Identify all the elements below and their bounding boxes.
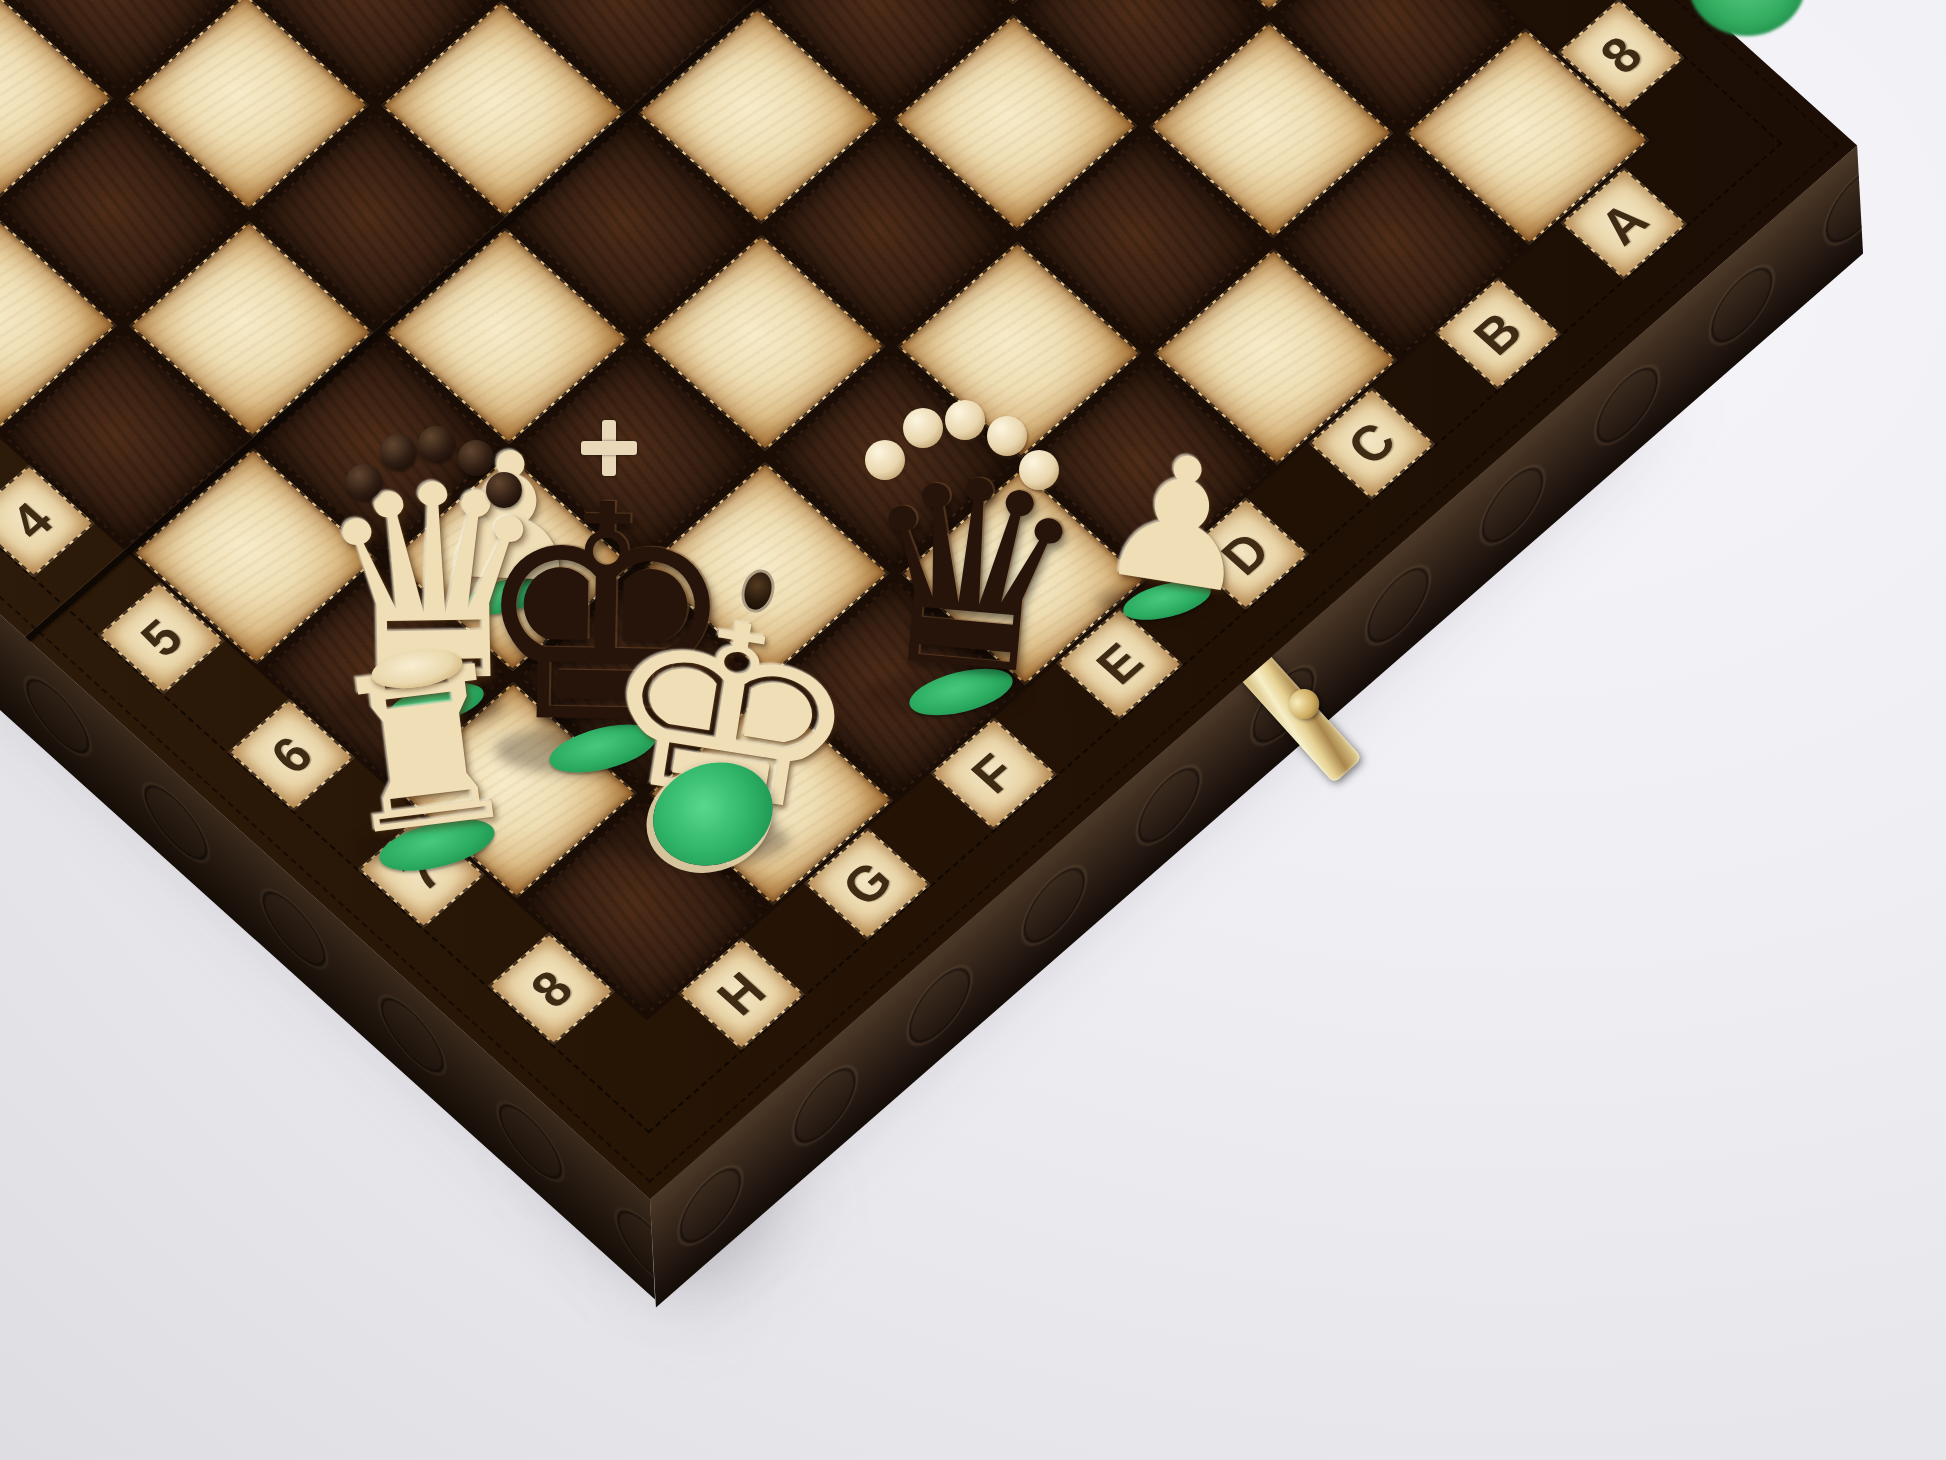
crown-ball-icon [987,416,1027,456]
crown-ball-icon [418,426,454,462]
crown-ball-icon [1019,450,1059,490]
crown-ball-icon [346,464,382,500]
photo-stage: 1122334455667788HGFEDCBA ♟♟♛♛♚♚♜ [0,0,1946,1460]
crown-ball-icon [945,400,985,440]
crown-ball-icon [380,434,416,470]
crown-ball-icon [903,408,943,448]
crown-ball-icon [865,440,905,480]
white-pawn-e8-glyph: ♟ [1089,428,1270,617]
black-queen-f8-glyph: ♛ [845,445,1097,709]
pieces-layer: ♟♟♛♛♚♚♜ [0,0,1946,1460]
king-cross-icon [581,441,637,454]
